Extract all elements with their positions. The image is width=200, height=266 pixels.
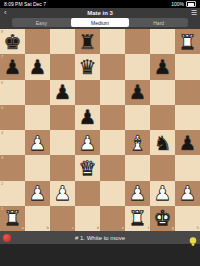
back-button[interactable]: ‹ xyxy=(4,8,7,17)
square-g4[interactable]: ♞ xyxy=(150,130,175,155)
square-d4[interactable]: ♟ xyxy=(75,130,100,155)
square-c4[interactable] xyxy=(50,130,75,155)
square-d6[interactable] xyxy=(75,80,100,105)
file-label: g xyxy=(172,226,174,230)
square-g1[interactable]: g♚ xyxy=(150,206,175,231)
square-d7[interactable]: ♛ xyxy=(75,54,100,79)
square-c8[interactable] xyxy=(50,29,75,54)
white-rook: ♜ xyxy=(4,208,22,228)
square-e7[interactable] xyxy=(100,54,125,79)
square-f8[interactable] xyxy=(125,29,150,54)
square-g5[interactable] xyxy=(150,105,175,130)
file-label: d xyxy=(97,226,99,230)
square-h3[interactable] xyxy=(175,155,200,180)
footer-area xyxy=(0,244,200,266)
square-f3[interactable] xyxy=(125,155,150,180)
white-pawn: ♟ xyxy=(179,183,197,203)
black-pawn: ♟ xyxy=(129,82,147,102)
battery-percent: 100% xyxy=(171,0,184,8)
square-f7[interactable] xyxy=(125,54,150,79)
file-label: h xyxy=(197,226,199,230)
square-a3[interactable]: 3 xyxy=(0,155,25,180)
white-rook: ♜ xyxy=(129,208,147,228)
nav-row: ‹ Mate in 3 ☰ xyxy=(0,8,200,17)
square-f1[interactable]: f♜ xyxy=(125,206,150,231)
black-pawn: ♟ xyxy=(29,57,47,77)
square-b4[interactable]: ♟ xyxy=(25,130,50,155)
file-label: a xyxy=(22,226,24,230)
square-b7[interactable]: ♟ xyxy=(25,54,50,79)
white-pawn: ♟ xyxy=(79,133,97,153)
page-title: Mate in 3 xyxy=(0,10,200,16)
status-bar: 8:09 PM Sat Dec 7 100% xyxy=(0,0,200,8)
square-a4[interactable]: 4 xyxy=(0,130,25,155)
square-f2[interactable]: ♟ xyxy=(125,181,150,206)
status-time: 8:09 PM Sat Dec 7 xyxy=(4,0,46,8)
black-pawn: ♟ xyxy=(79,107,97,127)
rank-label: 2 xyxy=(1,182,3,186)
record-red-circle-icon[interactable] xyxy=(3,234,11,242)
white-pawn: ♟ xyxy=(154,183,172,203)
black-pawn: ♟ xyxy=(179,133,197,153)
square-a5[interactable]: 5 xyxy=(0,105,25,130)
square-d5[interactable]: ♟ xyxy=(75,105,100,130)
square-h6[interactable] xyxy=(175,80,200,105)
square-g3[interactable] xyxy=(150,155,175,180)
square-c1[interactable]: c xyxy=(50,206,75,231)
square-a2[interactable]: 2 xyxy=(0,181,25,206)
square-h5[interactable] xyxy=(175,105,200,130)
square-g8[interactable] xyxy=(150,29,175,54)
file-label: f xyxy=(148,226,149,230)
square-d3[interactable]: ♛ xyxy=(75,155,100,180)
square-c7[interactable] xyxy=(50,54,75,79)
square-h4[interactable]: ♟ xyxy=(175,130,200,155)
white-king: ♚ xyxy=(154,208,172,228)
difficulty-segmented-control: Easy Medium Hard xyxy=(12,18,188,27)
white-bishop: ♝ xyxy=(129,133,147,153)
square-e3[interactable] xyxy=(100,155,125,180)
square-a7[interactable]: 7♟ xyxy=(0,54,25,79)
battery-icon xyxy=(186,1,196,7)
rank-label: 7 xyxy=(1,55,3,59)
square-e6[interactable] xyxy=(100,80,125,105)
black-pawn: ♟ xyxy=(4,57,22,77)
bottom-bar: # 1. White to move xyxy=(0,231,200,244)
black-pawn: ♟ xyxy=(154,57,172,77)
square-d1[interactable]: d xyxy=(75,206,100,231)
black-queen: ♛ xyxy=(79,57,97,77)
move-status-text: # 1. White to move xyxy=(75,235,125,241)
black-knight: ♞ xyxy=(154,133,172,153)
square-h1[interactable]: h xyxy=(175,206,200,231)
square-g6[interactable] xyxy=(150,80,175,105)
white-pawn: ♟ xyxy=(29,183,47,203)
white-pawn: ♟ xyxy=(29,133,47,153)
square-a1[interactable]: 1a♜ xyxy=(0,206,25,231)
square-h7[interactable] xyxy=(175,54,200,79)
square-c3[interactable] xyxy=(50,155,75,180)
rank-label: 1 xyxy=(1,207,3,211)
menu-icon[interactable]: ☰ xyxy=(191,9,197,17)
square-g7[interactable]: ♟ xyxy=(150,54,175,79)
rank-label: 8 xyxy=(1,30,3,34)
square-h2[interactable]: ♟ xyxy=(175,181,200,206)
tab-medium[interactable]: Medium xyxy=(71,18,130,27)
square-b5[interactable] xyxy=(25,105,50,130)
white-pawn: ♟ xyxy=(129,183,147,203)
square-f5[interactable] xyxy=(125,105,150,130)
white-pawn: ♟ xyxy=(54,183,72,203)
square-g2[interactable]: ♟ xyxy=(150,181,175,206)
square-c2[interactable]: ♟ xyxy=(50,181,75,206)
file-label: b xyxy=(47,226,49,230)
white-queen: ♛ xyxy=(79,158,97,178)
square-d2[interactable] xyxy=(75,181,100,206)
square-h8[interactable]: ♜ xyxy=(175,29,200,54)
square-b1[interactable]: b xyxy=(25,206,50,231)
square-c5[interactable] xyxy=(50,105,75,130)
file-label: e xyxy=(122,226,124,230)
black-rook: ♜ xyxy=(79,32,97,52)
square-f4[interactable]: ♝ xyxy=(125,130,150,155)
black-king: ♚ xyxy=(4,32,22,52)
square-d8[interactable]: ♜ xyxy=(75,29,100,54)
square-c6[interactable]: ♟ xyxy=(50,80,75,105)
square-a8[interactable]: 8♚ xyxy=(0,29,25,54)
white-rook: ♜ xyxy=(179,32,197,52)
rank-label: 3 xyxy=(1,156,3,160)
square-b3[interactable] xyxy=(25,155,50,180)
rank-label: 5 xyxy=(1,106,3,110)
rank-label: 6 xyxy=(1,81,3,85)
rank-label: 4 xyxy=(1,131,3,135)
square-e8[interactable] xyxy=(100,29,125,54)
file-label: c xyxy=(72,226,74,230)
square-b2[interactable]: ♟ xyxy=(25,181,50,206)
header: ‹ Mate in 3 ☰ Easy Medium Hard xyxy=(0,8,200,29)
hint-lightbulb-icon[interactable] xyxy=(189,233,197,243)
square-e4[interactable] xyxy=(100,130,125,155)
chess-board: 8♚♜♜7♟♟♛♟6♟♟5♟4♟♟♝♞♟3♛2♟♟♟♟♟1a♜bcdef♜g♚h xyxy=(0,29,200,231)
square-f6[interactable]: ♟ xyxy=(125,80,150,105)
square-e1[interactable]: e xyxy=(100,206,125,231)
square-e2[interactable] xyxy=(100,181,125,206)
square-e5[interactable] xyxy=(100,105,125,130)
square-b8[interactable] xyxy=(25,29,50,54)
square-b6[interactable] xyxy=(25,80,50,105)
square-a6[interactable]: 6 xyxy=(0,80,25,105)
tab-hard[interactable]: Hard xyxy=(129,18,188,27)
black-pawn: ♟ xyxy=(54,82,72,102)
tab-easy[interactable]: Easy xyxy=(12,18,71,27)
